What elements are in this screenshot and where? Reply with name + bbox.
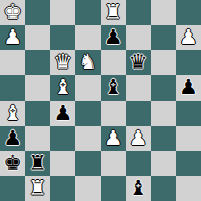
piece-black-pawn[interactable]: ♟ <box>179 77 198 98</box>
square-h7[interactable]: ♟ <box>176 25 201 50</box>
square-d2[interactable] <box>75 151 100 176</box>
square-b7[interactable] <box>25 25 50 50</box>
square-c2[interactable] <box>50 151 75 176</box>
square-a2[interactable]: ♚ <box>0 151 25 176</box>
square-e5[interactable]: ♝ <box>101 75 126 100</box>
piece-black-pawn[interactable]: ♟ <box>104 27 123 48</box>
square-c8[interactable] <box>50 0 75 25</box>
chess-board: ♚♜♟♟♟♛♞♛♝♝♟♝♟♟♟♟♚♜♜♝ <box>0 0 201 201</box>
piece-white-bishop[interactable]: ♝ <box>3 103 22 124</box>
square-d4[interactable] <box>75 101 100 126</box>
square-h8[interactable] <box>176 0 201 25</box>
piece-white-queen[interactable]: ♛ <box>53 52 72 73</box>
square-f6[interactable]: ♛ <box>126 50 151 75</box>
piece-black-king[interactable]: ♚ <box>3 153 22 174</box>
square-c6[interactable]: ♛ <box>50 50 75 75</box>
piece-white-king[interactable]: ♚ <box>3 2 22 23</box>
square-c7[interactable] <box>50 25 75 50</box>
square-f5[interactable] <box>126 75 151 100</box>
square-g5[interactable] <box>151 75 176 100</box>
square-b5[interactable] <box>25 75 50 100</box>
square-a8[interactable]: ♚ <box>0 0 25 25</box>
square-h1[interactable] <box>176 176 201 201</box>
square-a5[interactable] <box>0 75 25 100</box>
square-g7[interactable] <box>151 25 176 50</box>
square-g8[interactable] <box>151 0 176 25</box>
square-f8[interactable] <box>126 0 151 25</box>
square-g1[interactable] <box>151 176 176 201</box>
square-e1[interactable] <box>101 176 126 201</box>
square-e7[interactable]: ♟ <box>101 25 126 50</box>
chess-board-wrapper: ♚♜♟♟♟♛♞♛♝♝♟♝♟♟♟♟♚♜♜♝ <box>0 0 201 201</box>
square-e4[interactable] <box>101 101 126 126</box>
square-c3[interactable] <box>50 126 75 151</box>
square-e3[interactable]: ♟ <box>101 126 126 151</box>
square-d6[interactable]: ♞ <box>75 50 100 75</box>
piece-black-pawn[interactable]: ♟ <box>53 103 72 124</box>
piece-black-pawn[interactable]: ♟ <box>3 128 22 149</box>
square-b1[interactable]: ♜ <box>25 176 50 201</box>
square-d7[interactable] <box>75 25 100 50</box>
square-d8[interactable] <box>75 0 100 25</box>
square-a4[interactable]: ♝ <box>0 101 25 126</box>
square-c5[interactable]: ♝ <box>50 75 75 100</box>
square-c4[interactable]: ♟ <box>50 101 75 126</box>
square-h2[interactable] <box>176 151 201 176</box>
piece-white-pawn[interactable]: ♟ <box>129 128 148 149</box>
square-h4[interactable] <box>176 101 201 126</box>
square-c1[interactable] <box>50 176 75 201</box>
square-e2[interactable] <box>101 151 126 176</box>
square-a1[interactable] <box>0 176 25 201</box>
square-f2[interactable] <box>126 151 151 176</box>
piece-white-pawn[interactable]: ♟ <box>104 128 123 149</box>
square-b6[interactable] <box>25 50 50 75</box>
piece-black-bishop[interactable]: ♝ <box>129 178 148 199</box>
square-d1[interactable] <box>75 176 100 201</box>
piece-white-knight[interactable]: ♞ <box>79 52 98 73</box>
square-h3[interactable] <box>176 126 201 151</box>
square-f7[interactable] <box>126 25 151 50</box>
square-f1[interactable]: ♝ <box>126 176 151 201</box>
piece-black-queen[interactable]: ♛ <box>129 52 148 73</box>
square-e8[interactable]: ♜ <box>101 0 126 25</box>
square-b4[interactable] <box>25 101 50 126</box>
square-f4[interactable] <box>126 101 151 126</box>
piece-black-rook[interactable]: ♜ <box>28 153 47 174</box>
square-a7[interactable]: ♟ <box>0 25 25 50</box>
square-g6[interactable] <box>151 50 176 75</box>
square-d5[interactable] <box>75 75 100 100</box>
square-h6[interactable] <box>176 50 201 75</box>
square-b2[interactable]: ♜ <box>25 151 50 176</box>
square-f3[interactable]: ♟ <box>126 126 151 151</box>
piece-white-rook[interactable]: ♜ <box>104 2 123 23</box>
square-g4[interactable] <box>151 101 176 126</box>
square-a3[interactable]: ♟ <box>0 126 25 151</box>
square-d3[interactable] <box>75 126 100 151</box>
piece-white-pawn[interactable]: ♟ <box>3 27 22 48</box>
square-e6[interactable] <box>101 50 126 75</box>
square-b3[interactable] <box>25 126 50 151</box>
piece-white-pawn[interactable]: ♟ <box>179 27 198 48</box>
square-b8[interactable] <box>25 0 50 25</box>
square-a6[interactable] <box>0 50 25 75</box>
piece-white-bishop[interactable]: ♝ <box>53 77 72 98</box>
square-h5[interactable]: ♟ <box>176 75 201 100</box>
square-g3[interactable] <box>151 126 176 151</box>
piece-white-rook[interactable]: ♜ <box>28 178 47 199</box>
square-g2[interactable] <box>151 151 176 176</box>
piece-black-bishop[interactable]: ♝ <box>104 77 123 98</box>
